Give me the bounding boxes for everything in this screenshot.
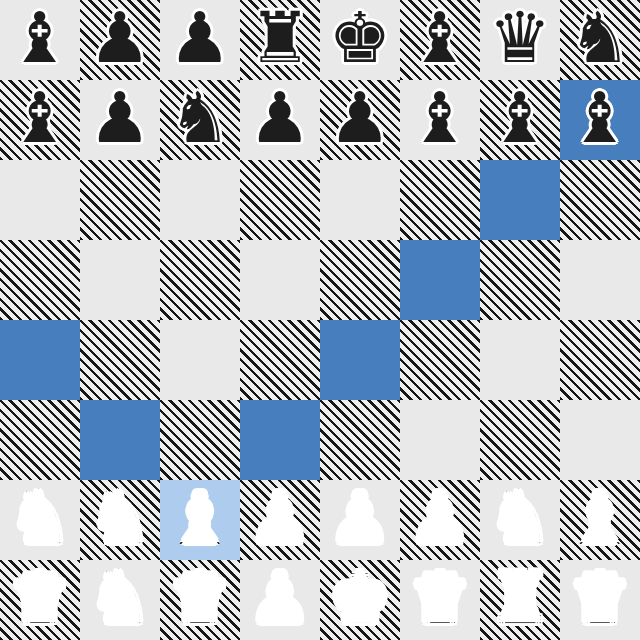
- square-c8[interactable]: ♟: [160, 0, 240, 80]
- square-h8[interactable]: ♞: [560, 0, 640, 80]
- white-pawn-icon[interactable]: ♟: [409, 483, 472, 553]
- square-d6[interactable]: [240, 160, 320, 240]
- black-king-icon[interactable]: ♚: [329, 3, 392, 73]
- square-a1[interactable]: ♛: [0, 560, 80, 640]
- white-queen-icon[interactable]: ♛: [569, 563, 632, 633]
- square-h1[interactable]: ♛: [560, 560, 640, 640]
- square-h4[interactable]: [560, 320, 640, 400]
- black-knight-icon[interactable]: ♞: [569, 3, 632, 73]
- square-c4[interactable]: [160, 320, 240, 400]
- square-c6[interactable]: [160, 160, 240, 240]
- square-b2[interactable]: ♞: [80, 480, 160, 560]
- square-b3[interactable]: [80, 400, 160, 480]
- black-bishop-icon[interactable]: ♝: [9, 3, 72, 73]
- square-f6[interactable]: [400, 160, 480, 240]
- white-queen-icon[interactable]: ♛: [409, 563, 472, 633]
- square-a4[interactable]: [0, 320, 80, 400]
- square-g8[interactable]: ♛: [480, 0, 560, 80]
- white-king-icon[interactable]: ♚: [329, 563, 392, 633]
- square-h2[interactable]: ♝: [560, 480, 640, 560]
- square-h6[interactable]: [560, 160, 640, 240]
- square-h5[interactable]: [560, 240, 640, 320]
- square-e2[interactable]: ♟: [320, 480, 400, 560]
- square-b4[interactable]: [80, 320, 160, 400]
- square-g5[interactable]: [480, 240, 560, 320]
- square-g3[interactable]: [480, 400, 560, 480]
- square-b6[interactable]: [80, 160, 160, 240]
- square-d2[interactable]: ♟: [240, 480, 320, 560]
- square-a8[interactable]: ♝: [0, 0, 80, 80]
- black-bishop-icon[interactable]: ♝: [9, 83, 72, 153]
- black-knight-icon[interactable]: ♞: [169, 83, 232, 153]
- white-pawn-icon[interactable]: ♟: [249, 483, 312, 553]
- square-h3[interactable]: [560, 400, 640, 480]
- black-queen-icon[interactable]: ♛: [489, 3, 552, 73]
- black-pawn-icon[interactable]: ♟: [89, 83, 152, 153]
- black-bishop-icon[interactable]: ♝: [409, 3, 472, 73]
- black-rook-icon[interactable]: ♜: [249, 3, 312, 73]
- square-d8[interactable]: ♜: [240, 0, 320, 80]
- square-e3[interactable]: [320, 400, 400, 480]
- square-c2[interactable]: ♝: [160, 480, 240, 560]
- square-g4[interactable]: [480, 320, 560, 400]
- square-f1[interactable]: ♛: [400, 560, 480, 640]
- square-e7[interactable]: ♟: [320, 80, 400, 160]
- chess-board: ♝♟♟♜♚♝♛♞♝♟♞♟♟♝♝♝♞♞♝♟♟♟♞♝♛♞♛♟♚♛♜♛: [0, 0, 640, 640]
- black-pawn-icon[interactable]: ♟: [249, 83, 312, 153]
- square-d4[interactable]: [240, 320, 320, 400]
- square-c5[interactable]: [160, 240, 240, 320]
- square-e1[interactable]: ♚: [320, 560, 400, 640]
- square-g7[interactable]: ♝: [480, 80, 560, 160]
- white-queen-icon[interactable]: ♛: [9, 563, 72, 633]
- square-c1[interactable]: ♛: [160, 560, 240, 640]
- white-knight-icon[interactable]: ♞: [9, 483, 72, 553]
- square-a7[interactable]: ♝: [0, 80, 80, 160]
- square-g2[interactable]: ♞: [480, 480, 560, 560]
- square-b5[interactable]: [80, 240, 160, 320]
- square-f4[interactable]: [400, 320, 480, 400]
- square-f5[interactable]: [400, 240, 480, 320]
- white-bishop-icon[interactable]: ♝: [569, 483, 632, 553]
- square-e4[interactable]: [320, 320, 400, 400]
- square-d1[interactable]: ♟: [240, 560, 320, 640]
- black-pawn-icon[interactable]: ♟: [169, 3, 232, 73]
- square-d5[interactable]: [240, 240, 320, 320]
- square-f8[interactable]: ♝: [400, 0, 480, 80]
- square-a6[interactable]: [0, 160, 80, 240]
- square-b8[interactable]: ♟: [80, 0, 160, 80]
- square-c7[interactable]: ♞: [160, 80, 240, 160]
- square-f3[interactable]: [400, 400, 480, 480]
- white-bishop-icon[interactable]: ♝: [169, 483, 232, 553]
- white-rook-icon[interactable]: ♜: [489, 563, 552, 633]
- square-b1[interactable]: ♞: [80, 560, 160, 640]
- black-pawn-icon[interactable]: ♟: [329, 83, 392, 153]
- square-a2[interactable]: ♞: [0, 480, 80, 560]
- black-bishop-icon[interactable]: ♝: [409, 83, 472, 153]
- square-a5[interactable]: [0, 240, 80, 320]
- square-e5[interactable]: [320, 240, 400, 320]
- square-h7[interactable]: ♝: [560, 80, 640, 160]
- square-b7[interactable]: ♟: [80, 80, 160, 160]
- black-pawn-icon[interactable]: ♟: [89, 3, 152, 73]
- square-a3[interactable]: [0, 400, 80, 480]
- square-e6[interactable]: [320, 160, 400, 240]
- square-f7[interactable]: ♝: [400, 80, 480, 160]
- white-queen-icon[interactable]: ♛: [169, 563, 232, 633]
- square-c3[interactable]: [160, 400, 240, 480]
- square-f2[interactable]: ♟: [400, 480, 480, 560]
- white-knight-icon[interactable]: ♞: [489, 483, 552, 553]
- white-knight-icon[interactable]: ♞: [89, 483, 152, 553]
- black-bishop-icon[interactable]: ♝: [569, 83, 632, 153]
- square-g6[interactable]: [480, 160, 560, 240]
- white-knight-icon[interactable]: ♞: [89, 563, 152, 633]
- square-d3[interactable]: [240, 400, 320, 480]
- black-bishop-icon[interactable]: ♝: [489, 83, 552, 153]
- square-d7[interactable]: ♟: [240, 80, 320, 160]
- white-pawn-icon[interactable]: ♟: [329, 483, 392, 553]
- square-e8[interactable]: ♚: [320, 0, 400, 80]
- square-g1[interactable]: ♜: [480, 560, 560, 640]
- white-pawn-icon[interactable]: ♟: [249, 563, 312, 633]
